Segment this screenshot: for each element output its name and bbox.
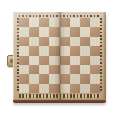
board-square[interactable] [39,56,49,65]
board-square[interactable] [29,27,39,36]
board-square[interactable] [80,37,90,46]
board-square[interactable] [19,18,29,27]
board-square[interactable] [90,65,100,74]
chessboard [13,12,106,100]
board-square[interactable] [49,56,59,65]
board-square[interactable] [60,27,70,36]
board-square[interactable] [19,84,29,93]
board-square[interactable] [70,84,80,93]
board-square[interactable] [19,27,29,36]
board-square[interactable] [90,84,100,93]
inlay-border-bottom-comb [19,94,100,98]
board-square[interactable] [70,74,80,83]
board-square[interactable] [70,46,80,55]
board-square[interactable] [39,84,49,93]
board-square[interactable] [60,37,70,46]
board-square[interactable] [19,65,29,74]
board-square[interactable] [60,56,70,65]
board-square[interactable] [80,18,90,27]
board-square[interactable] [49,84,59,93]
board-grid [19,18,100,93]
board-square[interactable] [60,46,70,55]
board-square[interactable] [29,74,39,83]
board-square[interactable] [29,18,39,27]
board-square[interactable] [29,65,39,74]
board-square[interactable] [60,74,70,83]
box-bottom-edge [13,100,106,103]
board-square[interactable] [70,27,80,36]
board-square[interactable] [90,37,100,46]
board-square[interactable] [80,56,90,65]
board-square[interactable] [19,46,29,55]
board-square[interactable] [80,65,90,74]
board-square[interactable] [80,74,90,83]
inlay-border-top [19,15,100,17]
board-square[interactable] [90,27,100,36]
board-square[interactable] [49,18,59,27]
board-square[interactable] [49,27,59,36]
board-square[interactable] [80,84,90,93]
board-square[interactable] [90,74,100,83]
board-square[interactable] [49,46,59,55]
board-square[interactable] [60,65,70,74]
board-square[interactable] [70,65,80,74]
board-square[interactable] [70,37,80,46]
board-square[interactable] [60,18,70,27]
board-square[interactable] [29,56,39,65]
board-square[interactable] [39,74,49,83]
board-square[interactable] [19,37,29,46]
inlay-border-right [100,18,102,92]
photo-background [0,0,120,120]
board-square[interactable] [90,46,100,55]
board-square[interactable] [39,37,49,46]
board-square[interactable] [80,27,90,36]
board-square[interactable] [49,37,59,46]
board-square[interactable] [39,27,49,36]
board-square[interactable] [49,65,59,74]
board-square[interactable] [90,18,100,27]
board-square[interactable] [29,37,39,46]
board-square[interactable] [70,56,80,65]
board-square[interactable] [29,84,39,93]
board-square[interactable] [80,46,90,55]
board-square[interactable] [19,56,29,65]
board-square[interactable] [39,46,49,55]
board-square[interactable] [29,46,39,55]
board-square[interactable] [39,65,49,74]
board-square[interactable] [19,74,29,83]
board-square[interactable] [49,74,59,83]
board-square[interactable] [90,56,100,65]
board-square[interactable] [39,18,49,27]
board-square[interactable] [70,18,80,27]
board-square[interactable] [60,84,70,93]
